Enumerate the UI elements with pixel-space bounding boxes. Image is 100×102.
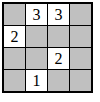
cell-r3c1[interactable]: 1 [26, 70, 47, 91]
cell-r2c2[interactable]: 2 [48, 48, 69, 69]
cell-r1c1[interactable] [26, 26, 47, 47]
cell-r0c0[interactable] [4, 4, 25, 25]
cell-r1c3[interactable] [70, 26, 91, 47]
cell-r2c3[interactable] [70, 48, 91, 69]
cell-r2c1[interactable] [26, 48, 47, 69]
cell-r1c0[interactable]: 2 [4, 26, 25, 47]
cell-r2c0[interactable] [4, 48, 25, 69]
board-wrapper: 33221 [0, 0, 100, 93]
cell-r3c3[interactable] [70, 70, 91, 91]
cell-r0c3[interactable] [70, 4, 91, 25]
cell-r1c2[interactable] [48, 26, 69, 47]
puzzle-board: 33221 [2, 2, 93, 93]
cell-r0c1[interactable]: 3 [26, 4, 47, 25]
cell-r3c2[interactable] [48, 70, 69, 91]
cell-r3c0[interactable] [4, 70, 25, 91]
cell-r0c2[interactable]: 3 [48, 4, 69, 25]
